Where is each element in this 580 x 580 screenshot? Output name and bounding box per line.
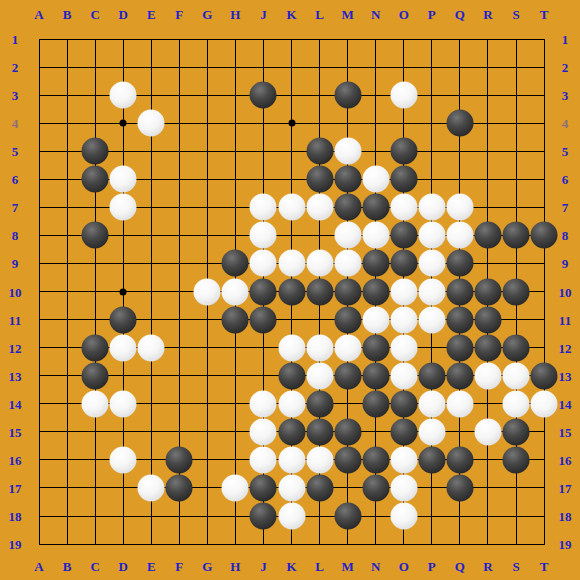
stone-white-P14 [418,390,445,417]
row-label-right: 7 [562,201,569,214]
stone-black-M13 [334,362,361,389]
stone-black-P13 [418,362,445,389]
row-label-right: 14 [559,397,572,410]
stone-white-J8 [250,222,277,249]
column-label-bottom: T [540,560,549,573]
stone-black-Q16 [446,446,473,473]
stone-black-F16 [166,446,193,473]
column-label-top: H [230,8,240,21]
row-label-right: 17 [559,481,572,494]
column-label-bottom: O [399,560,409,573]
stone-white-L13 [306,362,333,389]
stone-black-T8 [531,222,558,249]
stone-white-H10 [222,278,249,305]
column-label-top: E [147,8,156,21]
stone-black-C5 [82,138,109,165]
column-label-top: K [286,8,296,21]
row-label-left: 4 [12,117,19,130]
column-label-top: P [428,8,436,21]
stone-white-P10 [418,278,445,305]
stone-white-K18 [278,503,305,530]
stone-black-N12 [362,334,389,361]
stone-black-Q12 [446,334,473,361]
row-label-left: 12 [9,341,22,354]
column-label-bottom: N [371,560,380,573]
column-label-top: J [260,8,267,21]
stone-white-J9 [250,250,277,277]
stone-black-N7 [362,194,389,221]
stone-black-J17 [250,474,277,501]
stone-white-O3 [390,82,417,109]
stone-black-O15 [390,418,417,445]
stone-black-L14 [306,390,333,417]
stone-white-P11 [418,306,445,333]
row-label-right: 16 [559,453,572,466]
stone-black-L10 [306,278,333,305]
stone-black-L5 [306,138,333,165]
stone-black-K15 [278,418,305,445]
stone-white-C14 [82,390,109,417]
row-label-left: 17 [9,481,22,494]
row-label-left: 5 [12,145,19,158]
column-label-bottom: Q [455,560,465,573]
column-label-bottom: G [202,560,212,573]
stone-black-R12 [474,334,501,361]
star-point-D4 [120,120,127,127]
column-label-top: N [371,8,380,21]
column-label-top: S [512,8,519,21]
stone-white-Q14 [446,390,473,417]
row-label-left: 6 [12,173,19,186]
row-label-right: 11 [559,313,571,326]
stone-black-L6 [306,166,333,193]
grid-line-vertical [544,39,545,545]
stone-black-N13 [362,362,389,389]
row-label-right: 8 [562,229,569,242]
stone-white-D7 [110,194,137,221]
stone-black-M18 [334,503,361,530]
column-label-top: C [90,8,99,21]
row-label-right: 15 [559,425,572,438]
column-label-bottom: F [175,560,183,573]
stone-black-O9 [390,250,417,277]
stone-white-P7 [418,194,445,221]
stone-white-D12 [110,334,137,361]
row-label-left: 14 [9,397,22,410]
row-label-left: 8 [12,229,19,242]
stone-black-M15 [334,418,361,445]
stone-white-M9 [334,250,361,277]
stone-white-N11 [362,306,389,333]
row-label-left: 16 [9,453,22,466]
stone-white-S14 [503,390,530,417]
row-label-right: 18 [559,510,572,523]
stone-white-K16 [278,446,305,473]
stone-black-N10 [362,278,389,305]
row-label-right: 6 [562,173,569,186]
column-label-top: R [483,8,492,21]
stone-black-N14 [362,390,389,417]
column-label-bottom: C [90,560,99,573]
stone-black-N16 [362,446,389,473]
stone-black-M6 [334,166,361,193]
stone-black-C6 [82,166,109,193]
stone-white-O18 [390,503,417,530]
go-board[interactable]: AABBCCDDEEFFGGHHJJKKLLMMNNOOPPQQRRSSTT11… [0,0,580,580]
stone-black-J10 [250,278,277,305]
stone-black-Q17 [446,474,473,501]
row-label-right: 4 [562,117,569,130]
stone-black-C12 [82,334,109,361]
stone-white-K9 [278,250,305,277]
stone-black-Q13 [446,362,473,389]
stone-black-C13 [82,362,109,389]
row-label-left: 18 [9,510,22,523]
stone-white-K17 [278,474,305,501]
row-label-left: 13 [9,369,22,382]
column-label-bottom: B [63,560,72,573]
stone-white-M8 [334,222,361,249]
row-label-right: 3 [562,89,569,102]
column-label-bottom: H [230,560,240,573]
column-label-top: T [540,8,549,21]
stone-black-P16 [418,446,445,473]
column-label-top: Q [455,8,465,21]
stone-white-J7 [250,194,277,221]
column-label-bottom: J [260,560,267,573]
stone-black-S16 [503,446,530,473]
stone-white-N6 [362,166,389,193]
stone-black-D11 [110,306,137,333]
stone-white-S13 [503,362,530,389]
stone-white-P9 [418,250,445,277]
stone-black-M3 [334,82,361,109]
column-label-bottom: M [342,560,354,573]
row-label-left: 19 [9,538,22,551]
row-label-right: 5 [562,145,569,158]
row-label-left: 9 [12,257,19,270]
stone-white-J15 [250,418,277,445]
stone-white-Q8 [446,222,473,249]
stone-white-Q7 [446,194,473,221]
stone-black-Q9 [446,250,473,277]
stone-black-Q11 [446,306,473,333]
column-label-top: F [175,8,183,21]
stone-white-E17 [138,474,165,501]
stone-white-J14 [250,390,277,417]
stone-black-R8 [474,222,501,249]
stone-black-N9 [362,250,389,277]
stone-white-D6 [110,166,137,193]
stone-black-L15 [306,418,333,445]
stone-white-O11 [390,306,417,333]
column-label-bottom: S [512,560,519,573]
stone-black-M10 [334,278,361,305]
column-label-top: M [342,8,354,21]
stone-white-O17 [390,474,417,501]
stone-black-M7 [334,194,361,221]
stone-black-O6 [390,166,417,193]
column-label-top: G [202,8,212,21]
stone-white-R13 [474,362,501,389]
column-label-top: D [118,8,127,21]
stone-black-H9 [222,250,249,277]
stone-black-H11 [222,306,249,333]
stone-white-H17 [222,474,249,501]
column-label-top: A [34,8,43,21]
star-point-D10 [120,288,127,295]
stone-white-M12 [334,334,361,361]
row-label-left: 10 [9,285,22,298]
stone-white-E12 [138,334,165,361]
stone-black-S12 [503,334,530,361]
stone-white-K12 [278,334,305,361]
star-point-K4 [288,120,295,127]
stone-white-O7 [390,194,417,221]
stone-white-M5 [334,138,361,165]
stone-black-J18 [250,503,277,530]
row-label-right: 2 [562,61,569,74]
column-label-bottom: K [286,560,296,573]
stone-white-D3 [110,82,137,109]
column-label-top: B [63,8,72,21]
stone-black-C8 [82,222,109,249]
stone-black-O8 [390,222,417,249]
stone-black-O14 [390,390,417,417]
stone-black-F17 [166,474,193,501]
stone-black-J3 [250,82,277,109]
stone-white-D14 [110,390,137,417]
stone-black-Q10 [446,278,473,305]
stone-black-R10 [474,278,501,305]
stone-black-N17 [362,474,389,501]
stone-white-E4 [138,110,165,137]
stone-black-O5 [390,138,417,165]
stone-white-L12 [306,334,333,361]
row-label-left: 2 [12,61,19,74]
row-label-right: 12 [559,341,572,354]
stone-black-S10 [503,278,530,305]
column-label-bottom: E [147,560,156,573]
go-app: { "game": "go", "board": { "size": 19, "… [0,0,580,580]
column-label-bottom: R [483,560,492,573]
column-label-top: L [315,8,324,21]
stone-white-K14 [278,390,305,417]
column-label-bottom: D [118,560,127,573]
stone-white-K7 [278,194,305,221]
stone-black-R11 [474,306,501,333]
column-label-bottom: P [428,560,436,573]
stone-white-G10 [194,278,221,305]
column-label-top: O [399,8,409,21]
stone-black-L17 [306,474,333,501]
row-label-right: 13 [559,369,572,382]
stone-white-L7 [306,194,333,221]
row-label-left: 15 [9,425,22,438]
row-label-left: 1 [12,33,19,46]
stone-white-L9 [306,250,333,277]
stone-white-P8 [418,222,445,249]
stone-black-S15 [503,418,530,445]
stone-white-D16 [110,446,137,473]
stone-black-M11 [334,306,361,333]
row-label-right: 10 [559,285,572,298]
stone-white-J16 [250,446,277,473]
row-label-right: 1 [562,33,569,46]
column-label-bottom: A [34,560,43,573]
stone-black-J11 [250,306,277,333]
row-label-left: 7 [12,201,19,214]
row-label-right: 9 [562,257,569,270]
stone-white-O12 [390,334,417,361]
stone-white-L16 [306,446,333,473]
row-label-right: 19 [559,538,572,551]
stone-white-O13 [390,362,417,389]
stone-white-O10 [390,278,417,305]
stone-black-M16 [334,446,361,473]
stone-white-N8 [362,222,389,249]
stone-black-Q4 [446,110,473,137]
column-label-bottom: L [315,560,324,573]
stone-black-K13 [278,362,305,389]
grid-line-horizontal [39,544,545,545]
stone-black-T13 [531,362,558,389]
row-label-left: 3 [12,89,19,102]
stone-white-T14 [531,390,558,417]
stone-white-R15 [474,418,501,445]
stone-white-P15 [418,418,445,445]
stone-black-S8 [503,222,530,249]
row-label-left: 11 [9,313,21,326]
stone-black-K10 [278,278,305,305]
stone-white-O16 [390,446,417,473]
